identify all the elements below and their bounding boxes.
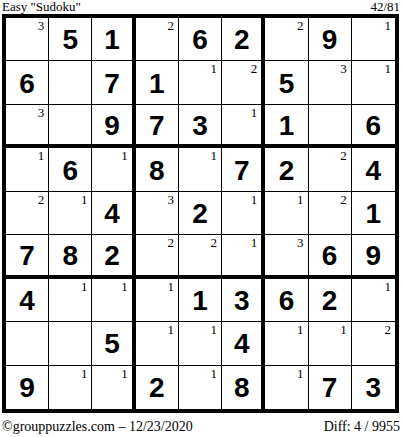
given-digit: 2 bbox=[265, 148, 307, 190]
sudoku-cell-r8c8[interactable]: 1 bbox=[309, 322, 352, 365]
sudoku-cell-r1c1[interactable]: 3 bbox=[6, 18, 49, 61]
sudoku-cell-r5c9: 1 bbox=[352, 192, 395, 235]
sudoku-board: 3512622916711253139731161618172242143211… bbox=[2, 14, 399, 413]
sudoku-cell-r3c9: 6 bbox=[352, 105, 395, 148]
corner-pencil-mark: 1 bbox=[251, 105, 258, 121]
sudoku-cell-r5c7[interactable]: 1 bbox=[265, 192, 308, 235]
sudoku-cell-r6c2: 8 bbox=[49, 235, 92, 278]
sudoku-cell-r7c5: 1 bbox=[179, 279, 222, 322]
sudoku-cell-r9c3[interactable]: 1 bbox=[92, 366, 135, 409]
sudoku-cell-r9c4: 2 bbox=[136, 366, 179, 409]
corner-pencil-mark: 1 bbox=[38, 148, 45, 164]
given-digit: 1 bbox=[352, 192, 395, 234]
given-digit: 5 bbox=[49, 18, 91, 60]
sudoku-cell-r7c9[interactable]: 1 bbox=[352, 279, 395, 322]
sudoku-cell-r9c5[interactable]: 1 bbox=[179, 366, 222, 409]
sudoku-cell-r1c2: 5 bbox=[49, 18, 92, 61]
corner-pencil-mark: 1 bbox=[251, 192, 258, 208]
sudoku-cell-r4c6: 7 bbox=[222, 148, 265, 191]
sudoku-cell-r2c2[interactable] bbox=[49, 61, 92, 104]
sudoku-cell-r1c9[interactable]: 1 bbox=[352, 18, 395, 61]
puzzle-title: Easy "Sudoku" bbox=[2, 0, 81, 14]
given-digit: 4 bbox=[352, 148, 395, 190]
sudoku-cell-r1c7[interactable]: 2 bbox=[265, 18, 308, 61]
corner-pencil-mark: 3 bbox=[38, 18, 45, 34]
sudoku-cell-r4c5[interactable]: 1 bbox=[179, 148, 222, 191]
sudoku-cell-r7c6: 3 bbox=[222, 279, 265, 322]
corner-pencil-mark: 3 bbox=[167, 192, 174, 208]
given-digit: 9 bbox=[309, 18, 351, 60]
corner-pencil-mark: 1 bbox=[121, 366, 128, 382]
sudoku-cell-r7c3[interactable]: 1 bbox=[92, 279, 135, 322]
sudoku-cell-r6c9: 9 bbox=[352, 235, 395, 278]
sudoku-cell-r3c1[interactable]: 3 bbox=[6, 105, 49, 148]
sudoku-cell-r6c7[interactable]: 3 bbox=[265, 235, 308, 278]
given-digit: 4 bbox=[222, 322, 261, 364]
corner-pencil-mark: 1 bbox=[384, 61, 391, 77]
sudoku-cell-r7c7: 6 bbox=[265, 279, 308, 322]
sudoku-cell-r2c5[interactable]: 1 bbox=[179, 61, 222, 104]
sudoku-cell-r8c3: 5 bbox=[92, 322, 135, 365]
corner-pencil-mark: 1 bbox=[251, 235, 258, 251]
sudoku-cell-r9c7[interactable]: 1 bbox=[265, 366, 308, 409]
sudoku-cell-r9c9: 3 bbox=[352, 366, 395, 409]
corner-pencil-mark: 1 bbox=[297, 366, 304, 382]
sudoku-cell-r6c5[interactable]: 2 bbox=[179, 235, 222, 278]
given-counter: 42/81 bbox=[370, 0, 400, 14]
sudoku-cell-r3c6[interactable]: 1 bbox=[222, 105, 265, 148]
corner-pencil-mark: 2 bbox=[340, 148, 347, 164]
sudoku-cell-r2c3: 7 bbox=[92, 61, 135, 104]
sudoku-cell-r9c8: 7 bbox=[309, 366, 352, 409]
given-digit: 2 bbox=[92, 235, 131, 274]
sudoku-cell-r8c7[interactable]: 1 bbox=[265, 322, 308, 365]
sudoku-cell-r2c9[interactable]: 1 bbox=[352, 61, 395, 104]
corner-pencil-mark: 1 bbox=[211, 322, 218, 338]
sudoku-cell-r8c6: 4 bbox=[222, 322, 265, 365]
given-digit: 6 bbox=[352, 105, 395, 144]
given-digit: 6 bbox=[49, 148, 91, 190]
sudoku-cell-r3c8[interactable] bbox=[309, 105, 352, 148]
sudoku-cell-r8c4[interactable]: 1 bbox=[136, 322, 179, 365]
given-digit: 4 bbox=[92, 192, 131, 234]
sudoku-cell-r8c2[interactable] bbox=[49, 322, 92, 365]
sudoku-cell-r4c1[interactable]: 1 bbox=[6, 148, 49, 191]
corner-pencil-mark: 2 bbox=[251, 61, 258, 77]
corner-pencil-mark: 1 bbox=[211, 366, 218, 382]
sudoku-cell-r2c8[interactable]: 3 bbox=[309, 61, 352, 104]
given-digit: 7 bbox=[92, 61, 131, 103]
given-digit: 6 bbox=[265, 279, 307, 321]
corner-pencil-mark: 1 bbox=[167, 322, 174, 338]
sudoku-cell-r3c5: 3 bbox=[179, 105, 222, 148]
corner-pencil-mark: 1 bbox=[384, 279, 391, 295]
sudoku-cell-r3c3: 9 bbox=[92, 105, 135, 148]
sudoku-cell-r9c6: 8 bbox=[222, 366, 265, 409]
sudoku-cell-r1c8: 9 bbox=[309, 18, 352, 61]
given-digit: 8 bbox=[222, 366, 261, 409]
sudoku-cell-r6c6[interactable]: 1 bbox=[222, 235, 265, 278]
given-digit: 7 bbox=[309, 366, 351, 409]
sudoku-cell-r9c2[interactable]: 1 bbox=[49, 366, 92, 409]
copyright-text: ©grouppuzzles.com – 12/23/2020 bbox=[2, 419, 193, 435]
sudoku-cell-r4c4: 8 bbox=[136, 148, 179, 191]
sudoku-cell-r4c8[interactable]: 2 bbox=[309, 148, 352, 191]
corner-pencil-mark: 1 bbox=[81, 279, 88, 295]
corner-pencil-mark: 1 bbox=[384, 18, 391, 34]
given-digit: 7 bbox=[222, 148, 261, 190]
sudoku-cell-r9c1: 9 bbox=[6, 366, 49, 409]
sudoku-cell-r4c7: 2 bbox=[265, 148, 308, 191]
corner-pencil-mark: 1 bbox=[81, 366, 88, 382]
corner-pencil-mark: 2 bbox=[167, 235, 174, 251]
given-digit: 3 bbox=[222, 279, 261, 321]
corner-pencil-mark: 3 bbox=[297, 235, 304, 251]
corner-pencil-mark: 2 bbox=[340, 192, 347, 208]
given-digit: 3 bbox=[352, 366, 395, 409]
sudoku-cell-r8c9[interactable]: 2 bbox=[352, 322, 395, 365]
given-digit: 5 bbox=[265, 61, 307, 103]
sudoku-cell-r5c1[interactable]: 2 bbox=[6, 192, 49, 235]
sudoku-cell-r1c6: 2 bbox=[222, 18, 265, 61]
sudoku-cell-r5c2[interactable]: 1 bbox=[49, 192, 92, 235]
given-digit: 6 bbox=[6, 61, 48, 103]
given-digit: 2 bbox=[222, 18, 261, 60]
given-digit: 2 bbox=[309, 279, 351, 321]
corner-pencil-mark: 1 bbox=[211, 61, 218, 77]
sudoku-cell-r5c3: 4 bbox=[92, 192, 135, 235]
sudoku-cell-r5c5: 2 bbox=[179, 192, 222, 235]
corner-pencil-mark: 1 bbox=[297, 322, 304, 338]
given-digit: 1 bbox=[136, 61, 178, 103]
sudoku-cell-r1c5: 6 bbox=[179, 18, 222, 61]
sudoku-cell-r1c3: 1 bbox=[92, 18, 135, 61]
given-digit: 2 bbox=[179, 192, 221, 234]
sudoku-cell-r2c6[interactable]: 2 bbox=[222, 61, 265, 104]
given-digit: 2 bbox=[136, 366, 178, 409]
sudoku-cell-r6c4[interactable]: 2 bbox=[136, 235, 179, 278]
corner-pencil-mark: 1 bbox=[340, 322, 347, 338]
given-digit: 1 bbox=[265, 105, 307, 144]
corner-pencil-mark: 2 bbox=[167, 18, 174, 34]
sudoku-cell-r4c9: 4 bbox=[352, 148, 395, 191]
sudoku-cell-r5c8[interactable]: 2 bbox=[309, 192, 352, 235]
sudoku-cell-r5c4[interactable]: 3 bbox=[136, 192, 179, 235]
corner-pencil-mark: 1 bbox=[81, 192, 88, 208]
difficulty-text: Diff: 4 / 9955 bbox=[324, 419, 400, 435]
sudoku-cell-r3c4: 7 bbox=[136, 105, 179, 148]
given-digit: 4 bbox=[6, 279, 48, 321]
sudoku-cell-r4c3[interactable]: 1 bbox=[92, 148, 135, 191]
sudoku-cell-r7c2[interactable]: 1 bbox=[49, 279, 92, 322]
sudoku-cell-r6c8: 6 bbox=[309, 235, 352, 278]
given-digit: 7 bbox=[6, 235, 48, 274]
sudoku-cell-r2c1: 6 bbox=[6, 61, 49, 104]
corner-pencil-mark: 2 bbox=[211, 235, 218, 251]
corner-pencil-mark: 1 bbox=[121, 279, 128, 295]
sudoku-cell-r6c1: 7 bbox=[6, 235, 49, 278]
corner-pencil-mark: 1 bbox=[121, 148, 128, 164]
sudoku-cell-r2c4: 1 bbox=[136, 61, 179, 104]
given-digit: 8 bbox=[136, 148, 178, 190]
sudoku-cell-r6c3: 2 bbox=[92, 235, 135, 278]
sudoku-cell-r7c1: 4 bbox=[6, 279, 49, 322]
corner-pencil-mark: 3 bbox=[38, 105, 45, 121]
sudoku-cell-r8c5[interactable]: 1 bbox=[179, 322, 222, 365]
given-digit: 6 bbox=[309, 235, 351, 274]
sudoku-cell-r7c8: 2 bbox=[309, 279, 352, 322]
given-digit: 1 bbox=[179, 279, 221, 321]
corner-pencil-mark: 2 bbox=[297, 18, 304, 34]
sudoku-cell-r3c7: 1 bbox=[265, 105, 308, 148]
given-digit: 5 bbox=[92, 322, 131, 364]
corner-pencil-mark: 1 bbox=[167, 279, 174, 295]
sudoku-cell-r3c2[interactable] bbox=[49, 105, 92, 148]
given-digit: 6 bbox=[179, 18, 221, 60]
given-digit: 9 bbox=[352, 235, 395, 274]
given-digit: 1 bbox=[92, 18, 131, 60]
sudoku-cell-r5c6[interactable]: 1 bbox=[222, 192, 265, 235]
corner-pencil-mark: 2 bbox=[384, 322, 391, 338]
corner-pencil-mark: 2 bbox=[38, 192, 45, 208]
sudoku-cell-r7c4[interactable]: 1 bbox=[136, 279, 179, 322]
given-digit: 3 bbox=[179, 105, 221, 144]
given-digit: 9 bbox=[92, 105, 131, 144]
given-digit: 7 bbox=[136, 105, 178, 144]
corner-pencil-mark: 1 bbox=[211, 148, 218, 164]
corner-pencil-mark: 3 bbox=[340, 61, 347, 77]
sudoku-cell-r4c2: 6 bbox=[49, 148, 92, 191]
sudoku-cell-r2c7: 5 bbox=[265, 61, 308, 104]
corner-pencil-mark: 1 bbox=[297, 192, 304, 208]
given-digit: 9 bbox=[6, 366, 48, 409]
sudoku-cell-r1c4[interactable]: 2 bbox=[136, 18, 179, 61]
sudoku-cell-r8c1[interactable] bbox=[6, 322, 49, 365]
given-digit: 8 bbox=[49, 235, 91, 274]
sudoku-page: Easy "Sudoku" 42/81 35126229167112531397… bbox=[0, 0, 402, 437]
